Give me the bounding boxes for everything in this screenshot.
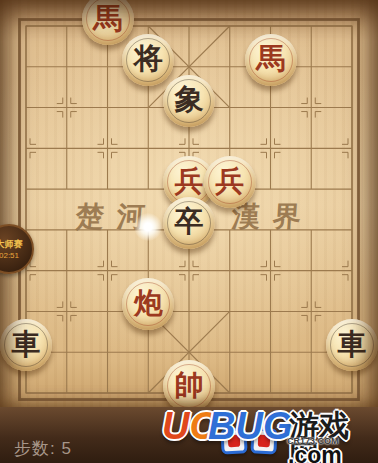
xiangqi-board[interactable]: 楚河 漢界 馬将馬象兵兵卒炮車車帥 <box>0 0 378 410</box>
piece-red-horse[interactable]: 馬 <box>245 34 297 86</box>
piece-red-soldier[interactable]: 兵 <box>204 156 256 208</box>
step-counter-label: 步数: <box>14 439 56 458</box>
piece-glyph: 卒 <box>175 207 204 236</box>
piece-glyph: 兵 <box>215 167 244 196</box>
piece-black-soldier[interactable]: 卒 <box>163 197 215 249</box>
badge-title: 大师赛 <box>0 238 32 251</box>
step-counter-value: 5 <box>61 439 71 458</box>
piece-black-chariot[interactable]: 車 <box>0 319 52 371</box>
step-counter: 步数: 5 <box>14 437 72 460</box>
piece-glyph: 兵 <box>175 167 204 196</box>
piece-glyph: 象 <box>175 85 204 114</box>
piece-black-general[interactable]: 将 <box>122 34 174 86</box>
piece-black-chariot[interactable]: 車 <box>326 319 378 371</box>
move-highlight-dot <box>134 213 162 241</box>
piece-glyph: 将 <box>134 44 163 73</box>
piece-glyph: 車 <box>338 330 367 359</box>
piece-red-general[interactable]: 帥 <box>163 360 215 412</box>
xiangqi-app: 楚河 漢界 馬将馬象兵兵卒炮車車帥 大师赛 02:51 步数: 5 UC BUG… <box>0 0 378 463</box>
piece-glyph: 車 <box>12 330 41 359</box>
piece-glyph: 馬 <box>256 44 285 73</box>
piece-glyph: 帥 <box>175 371 204 400</box>
badge-timer: 02:51 <box>0 251 32 260</box>
piece-glyph: 炮 <box>134 289 163 318</box>
piece-black-elephant[interactable]: 象 <box>163 75 215 127</box>
piece-glyph: 馬 <box>93 4 122 33</box>
